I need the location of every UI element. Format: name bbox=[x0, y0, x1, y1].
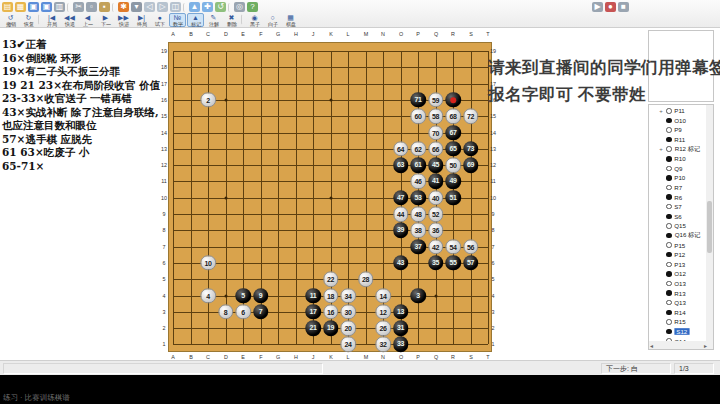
white-stone-Q15[interactable]: 58 bbox=[428, 108, 444, 124]
tree-node-P10[interactable]: P10 bbox=[650, 173, 706, 183]
coord-number-left: 13 bbox=[161, 146, 167, 151]
tree-node-label: O12 bbox=[674, 271, 686, 278]
tree-node-label: R6 bbox=[674, 194, 682, 201]
white-stone-button-label: 白子 bbox=[267, 21, 277, 26]
tree-scrollbar-thumb[interactable] bbox=[707, 201, 712, 253]
help-icon[interactable]: ? bbox=[247, 2, 258, 12]
white-stone-R15[interactable]: 68 bbox=[445, 108, 461, 124]
rotate-icon[interactable]: ↺ bbox=[215, 2, 226, 12]
white-stone-M5[interactable]: 28 bbox=[358, 271, 374, 287]
black-stone-Q6[interactable]: 35 bbox=[428, 255, 444, 271]
white-stone-button[interactable]: ○白子 bbox=[264, 13, 281, 27]
white-stone-O13[interactable]: 64 bbox=[393, 141, 409, 157]
first-move-button-label: 开局 bbox=[46, 21, 56, 26]
tree-node-label: Q16 标记 bbox=[674, 231, 700, 240]
toolbar: ▤▦▣▣▥✂▫▪✱▾◁▷◫▲✚↺◎?▶●■ ↺撤销↻恢复|◀开局◀◀快退◀上一▶… bbox=[0, 0, 720, 28]
white-stone-E3[interactable]: 6 bbox=[235, 304, 251, 320]
grid-line-vertical bbox=[366, 51, 367, 344]
black-stone-S12[interactable]: 69 bbox=[463, 157, 479, 173]
tree-node-label: R14 bbox=[674, 309, 685, 316]
sep bbox=[67, 3, 71, 12]
tree-node-R13[interactable]: R13 bbox=[650, 288, 706, 298]
current-move-marker bbox=[450, 97, 456, 103]
black-stone-O10[interactable]: 47 bbox=[393, 190, 409, 206]
white-stone-N3[interactable]: 12 bbox=[375, 304, 391, 320]
coord-number-right: 3 bbox=[491, 309, 494, 314]
sep bbox=[241, 14, 245, 25]
black-stone-O6[interactable]: 43 bbox=[393, 255, 409, 271]
toolbar-row-2: ↺撤销↻恢复|◀开局◀◀快退◀上一▶下一▶▶快进▶|终局●试下№数字▲标记✎注解… bbox=[2, 13, 299, 28]
tree-node-label: R13 bbox=[674, 290, 685, 297]
white-stone-Q10[interactable]: 40 bbox=[428, 190, 444, 206]
fast-back-button-icon: ◀◀ bbox=[64, 14, 75, 21]
coord-number-right: 8 bbox=[491, 228, 494, 233]
stream-banner: 请来到直播间的同学们用弹幕签到报名字即可 不要带姓 bbox=[488, 54, 700, 108]
coord-number-right: 15 bbox=[490, 113, 496, 118]
tree-node-P12[interactable]: P12 bbox=[650, 250, 706, 260]
white-stone-icon bbox=[666, 300, 672, 306]
mark-toggle-label: 标记 bbox=[190, 21, 200, 26]
tree-node-S12[interactable]: S12 bbox=[650, 327, 706, 337]
tree-node-O12[interactable]: O12 bbox=[650, 269, 706, 279]
scroll-left-icon[interactable]: ◂ bbox=[650, 342, 653, 349]
fast-forward-button-icon: ▶▶ bbox=[118, 14, 129, 21]
tree-node-label: S7 bbox=[674, 203, 682, 210]
status-pane-next-player: 下一步: 白 bbox=[601, 363, 671, 374]
tree-node-label: P9 bbox=[674, 127, 682, 134]
coord-letter-top: E bbox=[241, 31, 245, 36]
black-stone-icon bbox=[666, 156, 672, 162]
tree-node-label: R11 bbox=[674, 136, 685, 143]
try-move-button[interactable]: ●试下 bbox=[151, 13, 168, 27]
tree-node-R6[interactable]: R6 bbox=[650, 192, 706, 202]
black-stone-P12[interactable]: 61 bbox=[410, 157, 426, 173]
move-numbers-toggle[interactable]: №数字 bbox=[169, 13, 186, 27]
white-stone-L2[interactable]: 20 bbox=[340, 320, 356, 336]
delete-button-icon: ✖ bbox=[229, 14, 235, 21]
white-stone-K3[interactable]: 16 bbox=[323, 304, 339, 320]
black-stone-R10[interactable]: 51 bbox=[445, 190, 461, 206]
tree-node-P9[interactable]: P9 bbox=[650, 125, 706, 135]
tree-node-Q13[interactable]: Q13 bbox=[650, 298, 706, 308]
tree-vertical-scrollbar[interactable] bbox=[706, 105, 713, 349]
white-stone-icon bbox=[666, 262, 672, 268]
coord-letter-bottom: M bbox=[363, 354, 368, 359]
white-stone-C6[interactable]: 10 bbox=[200, 255, 216, 271]
black-stone-J2[interactable]: 21 bbox=[305, 320, 321, 336]
tree-node-label: P15 bbox=[674, 242, 685, 249]
coord-number-left: 2 bbox=[162, 325, 165, 330]
app-window: ▤▦▣▣▥✂▫▪✱▾◁▷◫▲✚↺◎?▶●■ ↺撤销↻恢复|◀开局◀◀快退◀上一▶… bbox=[0, 0, 720, 404]
coord-number-left: 5 bbox=[162, 276, 165, 281]
right-panel: 请来到直播间的同学们用弹幕签到报名字即可 不要带姓 +P11O10P9R11+R… bbox=[500, 28, 720, 360]
black-stone-E4[interactable]: 5 bbox=[235, 288, 251, 304]
scroll-right-icon[interactable]: ▸ bbox=[704, 342, 707, 349]
coord-letter-top: N bbox=[381, 31, 385, 36]
coord-number-left: 8 bbox=[162, 228, 165, 233]
white-stone-icon bbox=[666, 146, 672, 152]
white-stone-L4[interactable]: 34 bbox=[340, 288, 356, 304]
undo-button-icon: ↺ bbox=[8, 14, 14, 21]
black-stone-K2[interactable]: 19 bbox=[323, 320, 339, 336]
coord-number-left: 9 bbox=[162, 211, 165, 216]
tree-node-R14[interactable]: R14 bbox=[650, 307, 706, 317]
tree-node-R10[interactable]: R10 bbox=[650, 154, 706, 164]
tree-node-label: O13 bbox=[674, 280, 686, 287]
move-tree-list: +P11O10P9R11+R12 标记R10Q9P10R7R6S7S6Q15Q1… bbox=[650, 106, 706, 350]
mark-a-icon[interactable]: ▲ bbox=[189, 2, 200, 12]
white-stone-Q16[interactable]: 59 bbox=[428, 92, 444, 108]
hoshi-point-Q4 bbox=[434, 294, 437, 297]
coord-letter-bottom: R bbox=[451, 354, 455, 359]
white-stone-icon bbox=[666, 319, 672, 325]
try-move-button-label: 试下 bbox=[154, 21, 164, 26]
coord-number-right: 11 bbox=[490, 179, 496, 184]
black-stone-icon bbox=[666, 214, 672, 220]
black-stone-F3[interactable]: 7 bbox=[253, 304, 269, 320]
coord-letter-bottom: P bbox=[416, 354, 420, 359]
black-stone-R13[interactable]: 65 bbox=[445, 141, 461, 157]
prev-move-button-icon: ◀ bbox=[85, 14, 90, 21]
white-stone-R12[interactable]: 50 bbox=[445, 157, 461, 173]
footer-caption: 练习 · 比赛训练棋谱 bbox=[3, 393, 70, 403]
status-pane-page: 1/3 bbox=[674, 363, 714, 374]
coord-letter-top: T bbox=[486, 31, 489, 36]
black-stone-R11[interactable]: 49 bbox=[445, 174, 461, 190]
white-stone-L1[interactable]: 24 bbox=[340, 337, 356, 353]
coord-letter-bottom: N bbox=[381, 354, 385, 359]
black-stone-O12[interactable]: 63 bbox=[393, 157, 409, 173]
search-icon[interactable]: ◎ bbox=[234, 2, 245, 12]
black-stone-Q12[interactable]: 45 bbox=[428, 157, 444, 173]
fast-forward-button-label: 快进 bbox=[118, 21, 128, 26]
coord-letter-top: H bbox=[294, 31, 298, 36]
move-tree-panel[interactable]: +P11O10P9R11+R12 标记R10Q9P10R7R6S7S6Q15Q1… bbox=[648, 104, 714, 350]
coord-letter-bottom: F bbox=[259, 354, 262, 359]
black-stone-P7[interactable]: 37 bbox=[410, 239, 426, 255]
status-pane-left bbox=[3, 363, 323, 374]
black-stone-icon bbox=[666, 329, 672, 335]
black-stone-O8[interactable]: 39 bbox=[393, 223, 409, 239]
white-stone-icon bbox=[666, 223, 672, 229]
coord-number-left: 18 bbox=[161, 65, 167, 70]
annotation-line-6: 43×实战补断 除了注意自身联络, bbox=[0, 106, 160, 120]
tree-node-Q9[interactable]: Q9 bbox=[650, 164, 706, 174]
play-icon[interactable]: ▶ bbox=[592, 2, 603, 12]
white-stone-icon bbox=[666, 185, 672, 191]
tree-node-R15[interactable]: R15 bbox=[650, 317, 706, 327]
white-stone-P8[interactable]: 38 bbox=[410, 223, 426, 239]
next-board-icon[interactable]: ▷ bbox=[157, 2, 168, 12]
prev-board-icon[interactable]: ◁ bbox=[144, 2, 155, 12]
annotation-line-3: 19×有二子头不扳三分罪 bbox=[0, 65, 160, 79]
white-stone-S7[interactable]: 56 bbox=[463, 239, 479, 255]
tree-node-label: R10 bbox=[674, 155, 685, 162]
board-button-label: 棋盘 bbox=[285, 21, 295, 26]
hoshi-point-D16 bbox=[224, 98, 227, 101]
coord-letter-top: Q bbox=[433, 31, 437, 36]
tree-horizontal-scrollbar[interactable]: ◂ ▸ bbox=[649, 341, 708, 349]
tree-node-S6[interactable]: S6 bbox=[650, 212, 706, 222]
mark-toggle[interactable]: ▲标记 bbox=[187, 13, 204, 27]
coord-letter-bottom: G bbox=[276, 354, 280, 359]
black-stone-P4[interactable]: 3 bbox=[410, 288, 426, 304]
tree-node-label: R15 bbox=[674, 319, 685, 326]
coord-number-right: 2 bbox=[491, 325, 494, 330]
tree-node-label: P13 bbox=[674, 261, 685, 268]
white-stone-Q13[interactable]: 66 bbox=[428, 141, 444, 157]
coord-number-right: 19 bbox=[490, 48, 496, 53]
comment-button-label: 注解 bbox=[208, 21, 218, 26]
mark-b-icon[interactable]: ✚ bbox=[202, 2, 213, 12]
coord-number-left: 12 bbox=[161, 162, 167, 167]
coord-number-left: 14 bbox=[161, 130, 167, 135]
redo-button-label: 恢复 bbox=[23, 21, 33, 26]
save-all-icon[interactable]: ▣ bbox=[41, 2, 52, 12]
white-stone-icon bbox=[666, 108, 672, 114]
coord-letter-bottom: L bbox=[346, 354, 349, 359]
grid-line-horizontal bbox=[173, 344, 488, 345]
white-stone-R7[interactable]: 54 bbox=[445, 239, 461, 255]
white-stone-P9[interactable]: 48 bbox=[410, 206, 426, 222]
coord-letter-bottom: B bbox=[189, 354, 193, 359]
cut-icon[interactable]: ✂ bbox=[73, 2, 84, 12]
try-move-button-icon: ● bbox=[157, 14, 161, 21]
next-move-button-label: 下一 bbox=[100, 21, 110, 26]
black-stone-R16[interactable] bbox=[445, 92, 461, 108]
black-stone-S13[interactable]: 73 bbox=[463, 141, 479, 157]
status-bar: 下一步: 白 1/3 bbox=[0, 360, 720, 375]
white-stone-C4[interactable]: 4 bbox=[200, 288, 216, 304]
tree-node-label: P12 bbox=[674, 251, 685, 258]
black-stone-S6[interactable]: 57 bbox=[463, 255, 479, 271]
coord-number-left: 16 bbox=[161, 97, 167, 102]
annotation-line-10: 65-71× bbox=[0, 160, 160, 174]
black-stone-R6[interactable]: 55 bbox=[445, 255, 461, 271]
black-stone-button[interactable]: ◉黑子 bbox=[246, 13, 263, 27]
coord-number-left: 15 bbox=[161, 113, 167, 118]
white-stone-D3[interactable]: 8 bbox=[218, 304, 234, 320]
next-move-button[interactable]: ▶下一 bbox=[97, 13, 114, 27]
black-stone-Q11[interactable]: 41 bbox=[428, 174, 444, 190]
coord-letter-top: S bbox=[469, 31, 473, 36]
move-numbers-toggle-icon: № bbox=[174, 14, 182, 21]
delete-button[interactable]: ✖删除 bbox=[223, 13, 240, 27]
white-stone-icon bbox=[666, 166, 672, 172]
coord-letter-bottom: J bbox=[312, 354, 315, 359]
black-stone-O1[interactable]: 33 bbox=[393, 337, 409, 353]
white-stone-N4[interactable]: 14 bbox=[375, 288, 391, 304]
record-icon[interactable]: ● bbox=[605, 2, 616, 12]
sep bbox=[228, 3, 232, 12]
tree-node-label: Q9 bbox=[674, 165, 682, 172]
coord-letter-bottom: T bbox=[486, 354, 489, 359]
coord-number-right: 6 bbox=[491, 260, 494, 265]
white-stone-icon bbox=[666, 127, 672, 133]
fast-back-button[interactable]: ◀◀快退 bbox=[61, 13, 78, 27]
undo-button[interactable]: ↺撤销 bbox=[2, 13, 19, 27]
coord-letter-bottom: C bbox=[206, 354, 210, 359]
black-stone-icon bbox=[666, 118, 672, 124]
white-stone-Q14[interactable]: 70 bbox=[428, 125, 444, 141]
coord-number-left: 7 bbox=[162, 244, 165, 249]
save-icon[interactable]: ▣ bbox=[28, 2, 39, 12]
board-button-icon: ▦ bbox=[287, 14, 294, 21]
black-stone-icon bbox=[666, 233, 672, 239]
hoshi-point-D4 bbox=[224, 294, 227, 297]
tree-node-label: R12 标记 bbox=[674, 145, 699, 154]
dropdown-icon[interactable]: ▾ bbox=[131, 2, 142, 12]
white-stone-K5[interactable]: 22 bbox=[323, 271, 339, 287]
white-stone-S15[interactable]: 72 bbox=[463, 108, 479, 124]
coord-number-right: 12 bbox=[490, 162, 496, 167]
coord-number-right: 5 bbox=[491, 276, 494, 281]
move-numbers-toggle-label: 数字 bbox=[172, 21, 182, 26]
tree-node-label: Q13 bbox=[674, 299, 686, 306]
tree-node-Q15[interactable]: Q15 bbox=[650, 221, 706, 231]
coord-number-left: 3 bbox=[162, 309, 165, 314]
white-stone-O9[interactable]: 44 bbox=[393, 206, 409, 222]
coord-letter-top: B bbox=[189, 31, 193, 36]
stop-icon[interactable]: ■ bbox=[618, 2, 629, 12]
tree-node-P15[interactable]: P15 bbox=[650, 240, 706, 250]
hoshi-point-K10 bbox=[329, 196, 332, 199]
annotation-line-7: 也应注意目数和眼位 bbox=[0, 119, 160, 133]
coord-number-right: 9 bbox=[491, 211, 494, 216]
coord-letter-bottom: O bbox=[398, 354, 402, 359]
coord-letter-bottom: S bbox=[469, 354, 473, 359]
white-stone-Q7[interactable]: 42 bbox=[428, 239, 444, 255]
fast-back-button-label: 快退 bbox=[64, 21, 74, 26]
first-move-button[interactable]: |◀开局 bbox=[43, 13, 60, 27]
white-stone-N2[interactable]: 26 bbox=[375, 320, 391, 336]
tree-node-R12[interactable]: +R12 标记 bbox=[650, 144, 706, 154]
coord-number-right: 10 bbox=[490, 195, 496, 200]
coord-letter-bottom: H bbox=[294, 354, 298, 359]
white-stone-icon bbox=[666, 242, 672, 248]
last-move-button-icon: ▶| bbox=[138, 14, 145, 21]
coord-number-right: 14 bbox=[490, 130, 496, 135]
black-stone-icon bbox=[666, 271, 672, 277]
tree-node-P13[interactable]: P13 bbox=[650, 260, 706, 270]
coord-number-right: 13 bbox=[490, 146, 496, 151]
coord-letter-bottom: Q bbox=[433, 354, 437, 359]
print-icon[interactable]: ▥ bbox=[54, 2, 65, 12]
white-stone-N1[interactable]: 32 bbox=[375, 337, 391, 353]
sep bbox=[38, 14, 42, 25]
black-stone-O3[interactable]: 13 bbox=[393, 304, 409, 320]
black-stone-R14[interactable]: 67 bbox=[445, 125, 461, 141]
tree-node-label: S12 bbox=[674, 328, 689, 335]
coord-letter-top: O bbox=[398, 31, 402, 36]
grid-line-vertical bbox=[471, 51, 472, 344]
annotation-line-2: 16×倒脱靴 环形 bbox=[0, 52, 160, 66]
tree-node-S7[interactable]: S7 bbox=[650, 202, 706, 212]
tree-expand-icon[interactable]: + bbox=[658, 145, 664, 153]
coord-letter-top: K bbox=[329, 31, 333, 36]
tree-node-O10[interactable]: O10 bbox=[650, 116, 706, 126]
black-stone-F4[interactable]: 9 bbox=[253, 288, 269, 304]
annotation-line-5: 23-33×收官送子 一错再错 bbox=[0, 92, 160, 106]
white-stone-icon bbox=[666, 281, 672, 287]
white-stone-P13[interactable]: 62 bbox=[410, 141, 426, 157]
settings-gear-icon[interactable]: ✱ bbox=[118, 2, 129, 12]
annotation-line-4: 19 21 23×在布局阶段收官 价值太小 bbox=[0, 79, 160, 93]
coord-number-right: 4 bbox=[491, 293, 494, 298]
white-stone-Q8[interactable]: 36 bbox=[428, 223, 444, 239]
coord-letter-top: D bbox=[224, 31, 228, 36]
annotation-line-1: 13✔正着 bbox=[0, 38, 160, 52]
white-stone-icon bbox=[666, 204, 672, 210]
coord-number-right: 1 bbox=[491, 342, 494, 347]
annotation-line-8: 57×逃手棋 应脱先 bbox=[0, 133, 160, 147]
white-stone-C16[interactable]: 2 bbox=[200, 92, 216, 108]
white-stone-button-icon: ○ bbox=[270, 14, 274, 21]
go-board[interactable]: AA1919BB1818CC1717DD1616EE1515FF1414GG13… bbox=[160, 28, 500, 362]
banner-line-2: 报名字即可 不要带姓 bbox=[488, 81, 700, 108]
white-stone-P11[interactable]: 46 bbox=[410, 174, 426, 190]
redo-button-icon: ↻ bbox=[26, 14, 32, 21]
black-stone-P10[interactable]: 53 bbox=[410, 190, 426, 206]
white-stone-P15[interactable]: 60 bbox=[410, 108, 426, 124]
black-stone-P16[interactable]: 71 bbox=[410, 92, 426, 108]
tree-node-Q16[interactable]: Q16 标记 bbox=[650, 231, 706, 241]
next-move-button-icon: ▶ bbox=[103, 14, 108, 21]
hoshi-point-K16 bbox=[329, 98, 332, 101]
copy-icon[interactable]: ▫ bbox=[86, 2, 97, 12]
delete-button-label: 删除 bbox=[226, 21, 236, 26]
letterbox-footer: 练习 · 比赛训练棋谱 bbox=[0, 375, 720, 404]
banner-line-1: 请来到直播间的同学们用弹幕签到 bbox=[488, 54, 700, 81]
black-stone-button-label: 黑子 bbox=[249, 21, 259, 26]
black-stone-J4[interactable]: 11 bbox=[305, 288, 321, 304]
tree-node-label: S6 bbox=[674, 213, 682, 220]
coord-number-left: 6 bbox=[162, 260, 165, 265]
coord-letter-top: G bbox=[276, 31, 280, 36]
comment-button[interactable]: ✎注解 bbox=[205, 13, 222, 27]
board-button[interactable]: ▦棋盘 bbox=[282, 13, 299, 27]
first-move-button-icon: |◀ bbox=[48, 14, 55, 21]
black-stone-icon bbox=[666, 194, 672, 200]
paste-icon[interactable]: ▪ bbox=[99, 2, 110, 12]
tree-node-R11[interactable]: R11 bbox=[650, 135, 706, 145]
tree-node-label: O10 bbox=[674, 117, 686, 124]
undo-button-label: 撤销 bbox=[5, 21, 15, 26]
tree-node-label: Q15 bbox=[674, 223, 686, 230]
white-stone-Q9[interactable]: 52 bbox=[428, 206, 444, 222]
last-move-button[interactable]: ▶|终局 bbox=[133, 13, 150, 27]
black-stone-J3[interactable]: 17 bbox=[305, 304, 321, 320]
annotation-panel: 13✔正着16×倒脱靴 环形19×有二子头不扳三分罪19 21 23×在布局阶段… bbox=[0, 28, 160, 360]
fast-forward-button[interactable]: ▶▶快进 bbox=[115, 13, 132, 27]
black-stone-icon bbox=[666, 290, 672, 296]
white-stone-L3[interactable]: 30 bbox=[340, 304, 356, 320]
hoshi-point-D10 bbox=[224, 196, 227, 199]
redo-button[interactable]: ↻恢复 bbox=[20, 13, 37, 27]
black-stone-O2[interactable]: 31 bbox=[393, 320, 409, 336]
layout-icon[interactable]: ◫ bbox=[170, 2, 181, 12]
open-file-icon[interactable]: ▦ bbox=[15, 2, 26, 12]
prev-move-button[interactable]: ◀上一 bbox=[79, 13, 96, 27]
coord-letter-top: A bbox=[171, 31, 175, 36]
coord-number-right: 7 bbox=[491, 244, 494, 249]
tree-node-O13[interactable]: O13 bbox=[650, 279, 706, 289]
tree-node-label: P10 bbox=[674, 175, 685, 182]
white-stone-K4[interactable]: 18 bbox=[323, 288, 339, 304]
tree-node-R7[interactable]: R7 bbox=[650, 183, 706, 193]
new-file-icon[interactable]: ▤ bbox=[2, 2, 13, 12]
coord-number-left: 19 bbox=[161, 48, 167, 53]
